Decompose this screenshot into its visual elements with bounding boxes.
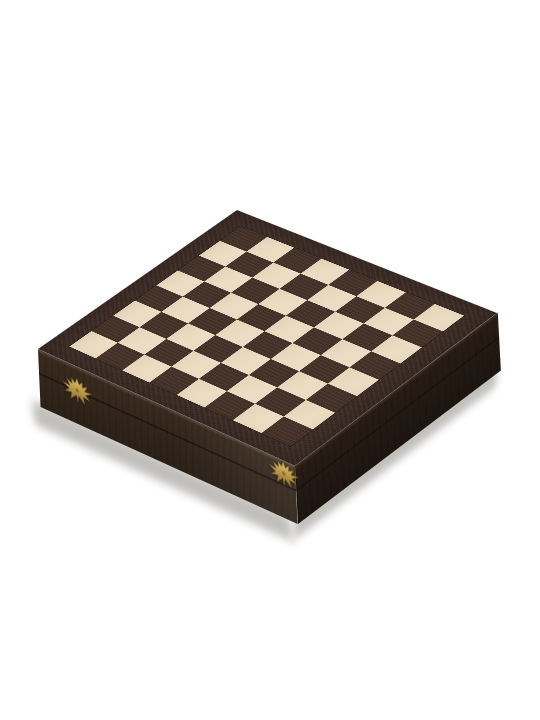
chess-box-photo xyxy=(0,0,540,720)
brass-clasp-icon xyxy=(61,370,93,410)
